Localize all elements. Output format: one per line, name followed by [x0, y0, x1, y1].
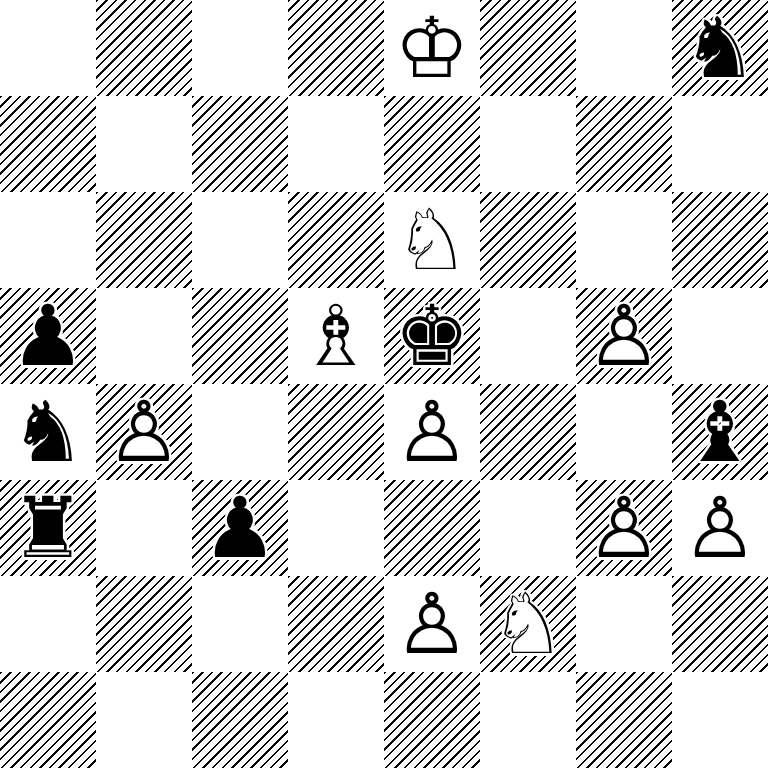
square-e5[interactable]: ♚♚: [384, 288, 480, 384]
square-b5[interactable]: [96, 288, 192, 384]
square-b2[interactable]: [96, 576, 192, 672]
square-c2[interactable]: [192, 576, 288, 672]
square-f2[interactable]: ♞♘: [480, 576, 576, 672]
black-rook: ♜: [0, 480, 96, 576]
square-h3[interactable]: ♟♙: [672, 480, 768, 576]
black-bishop-fill: ♝: [672, 384, 768, 480]
square-e1[interactable]: [384, 672, 480, 768]
square-c5[interactable]: [192, 288, 288, 384]
black-pawn: ♟: [192, 480, 288, 576]
black-knight: ♞: [672, 0, 768, 96]
square-d1[interactable]: [288, 672, 384, 768]
square-f1[interactable]: [480, 672, 576, 768]
black-rook-fill: ♜: [0, 480, 96, 576]
square-f3[interactable]: [480, 480, 576, 576]
square-b6[interactable]: [96, 192, 192, 288]
white-pawn-fill: ♟: [576, 288, 672, 384]
square-b1[interactable]: [96, 672, 192, 768]
white-king: ♔: [384, 0, 480, 96]
square-a8[interactable]: [0, 0, 96, 96]
white-knight: ♘: [384, 192, 480, 288]
square-f8[interactable]: [480, 0, 576, 96]
white-pawn-fill: ♟: [384, 576, 480, 672]
square-h8[interactable]: ♞♞: [672, 0, 768, 96]
square-d4[interactable]: [288, 384, 384, 480]
square-b4[interactable]: ♟♙: [96, 384, 192, 480]
white-pawn-fill: ♟: [96, 384, 192, 480]
white-pawn: ♙: [96, 384, 192, 480]
white-knight-fill: ♞: [480, 576, 576, 672]
square-g8[interactable]: [576, 0, 672, 96]
square-g7[interactable]: [576, 96, 672, 192]
white-bishop: ♗: [288, 288, 384, 384]
square-e2[interactable]: ♟♙: [384, 576, 480, 672]
square-f4[interactable]: [480, 384, 576, 480]
white-pawn: ♙: [384, 576, 480, 672]
square-d7[interactable]: [288, 96, 384, 192]
black-knight-fill: ♞: [672, 0, 768, 96]
square-c4[interactable]: [192, 384, 288, 480]
black-knight: ♞: [0, 384, 96, 480]
black-king: ♚: [384, 288, 480, 384]
white-pawn: ♙: [672, 480, 768, 576]
square-e4[interactable]: ♟♙: [384, 384, 480, 480]
square-a1[interactable]: [0, 672, 96, 768]
square-h1[interactable]: [672, 672, 768, 768]
square-d2[interactable]: [288, 576, 384, 672]
white-pawn: ♙: [384, 384, 480, 480]
square-a6[interactable]: [0, 192, 96, 288]
square-c3[interactable]: ♟♟: [192, 480, 288, 576]
square-c8[interactable]: [192, 0, 288, 96]
square-h7[interactable]: [672, 96, 768, 192]
square-a2[interactable]: [0, 576, 96, 672]
square-h5[interactable]: [672, 288, 768, 384]
white-knight: ♘: [480, 576, 576, 672]
black-pawn: ♟: [0, 288, 96, 384]
square-b3[interactable]: [96, 480, 192, 576]
square-e8[interactable]: ♚♔: [384, 0, 480, 96]
square-d8[interactable]: [288, 0, 384, 96]
square-c6[interactable]: [192, 192, 288, 288]
black-king-fill: ♚: [384, 288, 480, 384]
square-g6[interactable]: [576, 192, 672, 288]
square-g3[interactable]: ♟♙: [576, 480, 672, 576]
white-pawn-fill: ♟: [576, 480, 672, 576]
square-h2[interactable]: [672, 576, 768, 672]
square-g5[interactable]: ♟♙: [576, 288, 672, 384]
square-c7[interactable]: [192, 96, 288, 192]
white-knight-fill: ♞: [384, 192, 480, 288]
white-pawn-fill: ♟: [672, 480, 768, 576]
square-b8[interactable]: [96, 0, 192, 96]
square-a3[interactable]: ♜♜: [0, 480, 96, 576]
square-d5[interactable]: ♝♗: [288, 288, 384, 384]
square-g2[interactable]: [576, 576, 672, 672]
square-e6[interactable]: ♞♘: [384, 192, 480, 288]
square-a7[interactable]: [0, 96, 96, 192]
square-a4[interactable]: ♞♞: [0, 384, 96, 480]
square-g4[interactable]: [576, 384, 672, 480]
white-king-fill: ♚: [384, 0, 480, 96]
white-bishop-fill: ♝: [288, 288, 384, 384]
square-e3[interactable]: [384, 480, 480, 576]
white-pawn: ♙: [576, 480, 672, 576]
square-h4[interactable]: ♝♝: [672, 384, 768, 480]
square-d3[interactable]: [288, 480, 384, 576]
white-pawn: ♙: [576, 288, 672, 384]
square-c1[interactable]: [192, 672, 288, 768]
square-f6[interactable]: [480, 192, 576, 288]
square-g1[interactable]: [576, 672, 672, 768]
chess-board: ♚♔♞♞♞♘♟♟♝♗♚♚♟♙♞♞♟♙♟♙♝♝♜♜♟♟♟♙♟♙♟♙♞♘: [0, 0, 768, 768]
square-b7[interactable]: [96, 96, 192, 192]
square-f5[interactable]: [480, 288, 576, 384]
black-pawn-fill: ♟: [192, 480, 288, 576]
square-d6[interactable]: [288, 192, 384, 288]
square-a5[interactable]: ♟♟: [0, 288, 96, 384]
square-e7[interactable]: [384, 96, 480, 192]
black-pawn-fill: ♟: [0, 288, 96, 384]
square-h6[interactable]: [672, 192, 768, 288]
black-knight-fill: ♞: [0, 384, 96, 480]
white-pawn-fill: ♟: [384, 384, 480, 480]
square-f7[interactable]: [480, 96, 576, 192]
black-bishop: ♝: [672, 384, 768, 480]
